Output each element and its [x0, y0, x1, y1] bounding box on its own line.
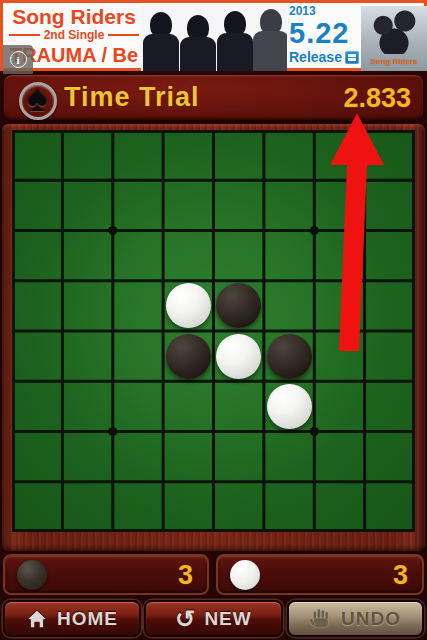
board-cell-g6[interactable]	[314, 381, 364, 431]
board-cell-a8[interactable]	[12, 482, 62, 532]
ad-banner[interactable]: Song Riders 2nd Single TRAUMA / Be 2013 …	[0, 0, 427, 71]
board-cell-d4[interactable]	[163, 281, 213, 331]
board-cell-d7[interactable]	[163, 432, 213, 482]
white-score: 3	[393, 560, 408, 591]
board-cell-h7[interactable]	[365, 432, 415, 482]
board-cell-e5[interactable]	[214, 331, 264, 381]
release-day: 5.22	[289, 18, 361, 48]
band-member-silhouette	[180, 13, 216, 71]
board-cell-c6[interactable]	[113, 381, 163, 431]
board-cell-d1[interactable]	[163, 130, 213, 180]
board-cell-b2[interactable]	[62, 180, 112, 230]
board-cell-c1[interactable]	[113, 130, 163, 180]
home-icon	[26, 609, 48, 629]
board-cell-c7[interactable]	[113, 432, 163, 482]
board-cell-a5[interactable]	[12, 331, 62, 381]
board-cell-e8[interactable]	[214, 482, 264, 532]
board-cell-e1[interactable]	[214, 130, 264, 180]
black-score: 3	[178, 560, 193, 591]
board-cell-d2[interactable]	[163, 180, 213, 230]
rule-right	[108, 34, 139, 36]
board-cell-f5[interactable]	[264, 331, 314, 381]
black-disc	[216, 283, 261, 328]
home-button-label: HOME	[57, 608, 118, 630]
board-cell-g8[interactable]	[314, 482, 364, 532]
board-cell-a2[interactable]	[12, 180, 62, 230]
release-line: Release	[289, 48, 361, 66]
board-cell-d3[interactable]	[163, 231, 213, 281]
new-game-icon: ↺	[175, 607, 195, 631]
board-cell-b3[interactable]	[62, 231, 112, 281]
board-cell-g5[interactable]	[314, 331, 364, 381]
new-button-label: NEW	[204, 608, 251, 630]
board-cell-a6[interactable]	[12, 381, 62, 431]
retailer-logo-icon	[345, 51, 359, 64]
spade-icon: ♠	[17, 76, 57, 120]
board-cell-h3[interactable]	[365, 231, 415, 281]
album-caption: Song Riders	[361, 58, 427, 66]
board-cell-c4[interactable]	[113, 281, 163, 331]
board[interactable]	[12, 130, 415, 532]
board-cell-h8[interactable]	[365, 482, 415, 532]
game-header: ♠ Time Trial 2.833	[3, 74, 424, 121]
board-cell-h1[interactable]	[365, 130, 415, 180]
black-disc	[267, 334, 312, 379]
band-photo	[141, 6, 287, 71]
board-cell-b8[interactable]	[62, 482, 112, 532]
album-art: Song Riders	[361, 6, 427, 71]
board-cell-a7[interactable]	[12, 432, 62, 482]
board-cell-b4[interactable]	[62, 281, 112, 331]
board-cell-e3[interactable]	[214, 231, 264, 281]
board-cell-g2[interactable]	[314, 180, 364, 230]
release-date-block: 2013 5.22 Release	[289, 4, 361, 66]
info-icon: i	[10, 51, 27, 68]
board-cell-e2[interactable]	[214, 180, 264, 230]
board-cell-h2[interactable]	[365, 180, 415, 230]
board-cell-b1[interactable]	[62, 130, 112, 180]
white-disc	[166, 283, 211, 328]
new-button[interactable]: ↺ NEW	[144, 600, 283, 637]
app-screen: Song Riders 2nd Single TRAUMA / Be 2013 …	[0, 0, 427, 640]
board-cell-b5[interactable]	[62, 331, 112, 381]
ad-info-button[interactable]: i	[3, 45, 33, 74]
black-disc	[166, 334, 211, 379]
board-cell-h6[interactable]	[365, 381, 415, 431]
white-disc	[216, 334, 261, 379]
board-cell-h4[interactable]	[365, 281, 415, 331]
board-cell-d6[interactable]	[163, 381, 213, 431]
board-cell-f8[interactable]	[264, 482, 314, 532]
home-button[interactable]: HOME	[3, 600, 141, 637]
white-disc	[267, 384, 312, 429]
board-cell-c8[interactable]	[113, 482, 163, 532]
ad-artist: Song Riders	[9, 5, 139, 28]
board-cell-c3[interactable]	[113, 231, 163, 281]
ad-single-label: 2nd Single	[44, 28, 105, 42]
board-cell-f7[interactable]	[264, 432, 314, 482]
board-cell-f1[interactable]	[264, 130, 314, 180]
band-member-silhouette	[143, 10, 179, 71]
timer-value: 2.833	[343, 83, 411, 114]
white-score-panel: 3	[216, 554, 424, 595]
band-member-silhouette	[253, 7, 287, 69]
board-cell-g3[interactable]	[314, 231, 364, 281]
board-cell-f2[interactable]	[264, 180, 314, 230]
white-disc-icon	[230, 560, 260, 590]
board-cell-g1[interactable]	[314, 130, 364, 180]
board-cell-d5[interactable]	[163, 331, 213, 381]
black-disc-icon	[17, 560, 47, 590]
board-cell-a4[interactable]	[12, 281, 62, 331]
undo-button-label: UNDO	[341, 608, 401, 630]
board-cell-g7[interactable]	[314, 432, 364, 482]
board-cell-b6[interactable]	[62, 381, 112, 431]
board-cell-e7[interactable]	[214, 432, 264, 482]
board-cell-f6[interactable]	[264, 381, 314, 431]
board-cell-d8[interactable]	[163, 482, 213, 532]
band-member-silhouette	[217, 9, 253, 71]
ad-single-line: 2nd Single	[9, 28, 139, 42]
board-cell-h5[interactable]	[365, 331, 415, 381]
board-cell-e4[interactable]	[214, 281, 264, 331]
spade-badge: ♠	[16, 79, 56, 119]
board-cell-g4[interactable]	[314, 281, 364, 331]
board-cell-f3[interactable]	[264, 231, 314, 281]
board-cell-c5[interactable]	[113, 331, 163, 381]
release-year: 2013	[289, 4, 361, 18]
board-cell-e6[interactable]	[214, 381, 264, 431]
board-cell-a3[interactable]	[12, 231, 62, 281]
black-score-panel: 3	[3, 554, 209, 595]
rule-left	[9, 34, 40, 36]
board-cell-a1[interactable]	[12, 130, 62, 180]
undo-hand-icon	[310, 608, 332, 630]
undo-button[interactable]: UNDO	[287, 600, 424, 637]
board-cell-f4[interactable]	[264, 281, 314, 331]
release-label: Release	[289, 48, 342, 66]
mode-title: Time Trial	[64, 82, 200, 113]
board-cell-b7[interactable]	[62, 432, 112, 482]
board-cell-c2[interactable]	[113, 180, 163, 230]
